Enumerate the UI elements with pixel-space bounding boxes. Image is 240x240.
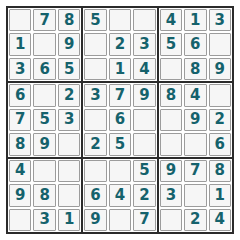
given-cell-r1c7: 4 bbox=[160, 9, 182, 31]
sudoku-box-5: 379625 bbox=[83, 83, 156, 156]
given-cell-r1c9: 3 bbox=[209, 9, 231, 31]
given-cell-r9c8: 2 bbox=[184, 209, 206, 231]
given-cell-r4c8: 4 bbox=[184, 84, 206, 106]
empty-cell-r6c7[interactable] bbox=[160, 133, 182, 155]
given-cell-r6c2: 9 bbox=[33, 133, 55, 155]
empty-cell-r3c7[interactable] bbox=[160, 58, 182, 80]
sudoku-box-8: 564297 bbox=[83, 159, 156, 232]
empty-cell-r6c8[interactable] bbox=[184, 133, 206, 155]
given-cell-r9c2: 3 bbox=[33, 209, 55, 231]
empty-cell-r1c1[interactable] bbox=[9, 9, 31, 31]
given-cell-r8c2: 8 bbox=[33, 184, 55, 206]
given-cell-r5c3: 3 bbox=[58, 109, 80, 131]
given-cell-r6c1: 8 bbox=[9, 133, 31, 155]
sudoku-box-9: 9783124 bbox=[159, 159, 232, 232]
given-cell-r1c8: 1 bbox=[184, 9, 206, 31]
empty-cell-r2c9[interactable] bbox=[209, 33, 231, 55]
given-cell-r3c3: 5 bbox=[58, 58, 80, 80]
given-cell-r8c6: 2 bbox=[133, 184, 155, 206]
given-cell-r8c7: 3 bbox=[160, 184, 182, 206]
given-cell-r7c7: 9 bbox=[160, 160, 182, 182]
given-cell-r9c3: 1 bbox=[58, 209, 80, 231]
given-cell-r1c3: 8 bbox=[58, 9, 80, 31]
given-cell-r3c1: 3 bbox=[9, 58, 31, 80]
sudoku-page: 7819365523144135689627538937962584926498… bbox=[0, 0, 240, 240]
given-cell-r9c6: 7 bbox=[133, 209, 155, 231]
empty-cell-r1c6[interactable] bbox=[133, 9, 155, 31]
empty-cell-r9c1[interactable] bbox=[9, 209, 31, 231]
empty-cell-r7c2[interactable] bbox=[33, 160, 55, 182]
given-cell-r6c4: 2 bbox=[84, 133, 106, 155]
given-cell-r3c8: 8 bbox=[184, 58, 206, 80]
empty-cell-r2c4[interactable] bbox=[84, 33, 106, 55]
given-cell-r4c1: 6 bbox=[9, 84, 31, 106]
sudoku-box-7: 49831 bbox=[8, 159, 81, 232]
given-cell-r2c6: 3 bbox=[133, 33, 155, 55]
given-cell-r3c6: 4 bbox=[133, 58, 155, 80]
given-cell-r7c9: 8 bbox=[209, 160, 231, 182]
empty-cell-r4c2[interactable] bbox=[33, 84, 55, 106]
empty-cell-r3c4[interactable] bbox=[84, 58, 106, 80]
empty-cell-r8c8[interactable] bbox=[184, 184, 206, 206]
given-cell-r8c5: 4 bbox=[109, 184, 131, 206]
given-cell-r6c9: 6 bbox=[209, 133, 231, 155]
given-cell-r3c5: 1 bbox=[109, 58, 131, 80]
given-cell-r2c1: 1 bbox=[9, 33, 31, 55]
given-cell-r7c6: 5 bbox=[133, 160, 155, 182]
given-cell-r4c7: 8 bbox=[160, 84, 182, 106]
given-cell-r9c9: 4 bbox=[209, 209, 231, 231]
given-cell-r7c1: 4 bbox=[9, 160, 31, 182]
sudoku-box-4: 6275389 bbox=[8, 83, 81, 156]
given-cell-r4c6: 9 bbox=[133, 84, 155, 106]
empty-cell-r7c5[interactable] bbox=[109, 160, 131, 182]
given-cell-r8c4: 6 bbox=[84, 184, 106, 206]
given-cell-r3c9: 9 bbox=[209, 58, 231, 80]
given-cell-r1c2: 7 bbox=[33, 9, 55, 31]
given-cell-r4c3: 2 bbox=[58, 84, 80, 106]
given-cell-r5c8: 9 bbox=[184, 109, 206, 131]
given-cell-r8c1: 9 bbox=[9, 184, 31, 206]
empty-cell-r1c5[interactable] bbox=[109, 9, 131, 31]
empty-cell-r7c3[interactable] bbox=[58, 160, 80, 182]
given-cell-r5c2: 5 bbox=[33, 109, 55, 131]
given-cell-r2c3: 9 bbox=[58, 33, 80, 55]
given-cell-r6c5: 5 bbox=[109, 133, 131, 155]
given-cell-r9c4: 9 bbox=[84, 209, 106, 231]
given-cell-r4c4: 3 bbox=[84, 84, 106, 106]
given-cell-r8c9: 1 bbox=[209, 184, 231, 206]
sudoku-box-6: 84926 bbox=[159, 83, 232, 156]
empty-cell-r6c3[interactable] bbox=[58, 133, 80, 155]
empty-cell-r7c4[interactable] bbox=[84, 160, 106, 182]
sudoku-box-3: 4135689 bbox=[159, 8, 232, 81]
empty-cell-r2c2[interactable] bbox=[33, 33, 55, 55]
sudoku-box-2: 52314 bbox=[83, 8, 156, 81]
sudoku-board: 7819365523144135689627538937962584926498… bbox=[6, 6, 234, 234]
given-cell-r2c7: 5 bbox=[160, 33, 182, 55]
empty-cell-r5c7[interactable] bbox=[160, 109, 182, 131]
empty-cell-r9c5[interactable] bbox=[109, 209, 131, 231]
given-cell-r2c8: 6 bbox=[184, 33, 206, 55]
empty-cell-r6c6[interactable] bbox=[133, 133, 155, 155]
given-cell-r7c8: 7 bbox=[184, 160, 206, 182]
given-cell-r4c5: 7 bbox=[109, 84, 131, 106]
empty-cell-r9c7[interactable] bbox=[160, 209, 182, 231]
empty-cell-r8c3[interactable] bbox=[58, 184, 80, 206]
given-cell-r3c2: 6 bbox=[33, 58, 55, 80]
empty-cell-r5c4[interactable] bbox=[84, 109, 106, 131]
given-cell-r2c5: 2 bbox=[109, 33, 131, 55]
given-cell-r1c4: 5 bbox=[84, 9, 106, 31]
given-cell-r5c5: 6 bbox=[109, 109, 131, 131]
sudoku-box-1: 7819365 bbox=[8, 8, 81, 81]
given-cell-r5c1: 7 bbox=[9, 109, 31, 131]
given-cell-r5c9: 2 bbox=[209, 109, 231, 131]
empty-cell-r5c6[interactable] bbox=[133, 109, 155, 131]
empty-cell-r4c9[interactable] bbox=[209, 84, 231, 106]
